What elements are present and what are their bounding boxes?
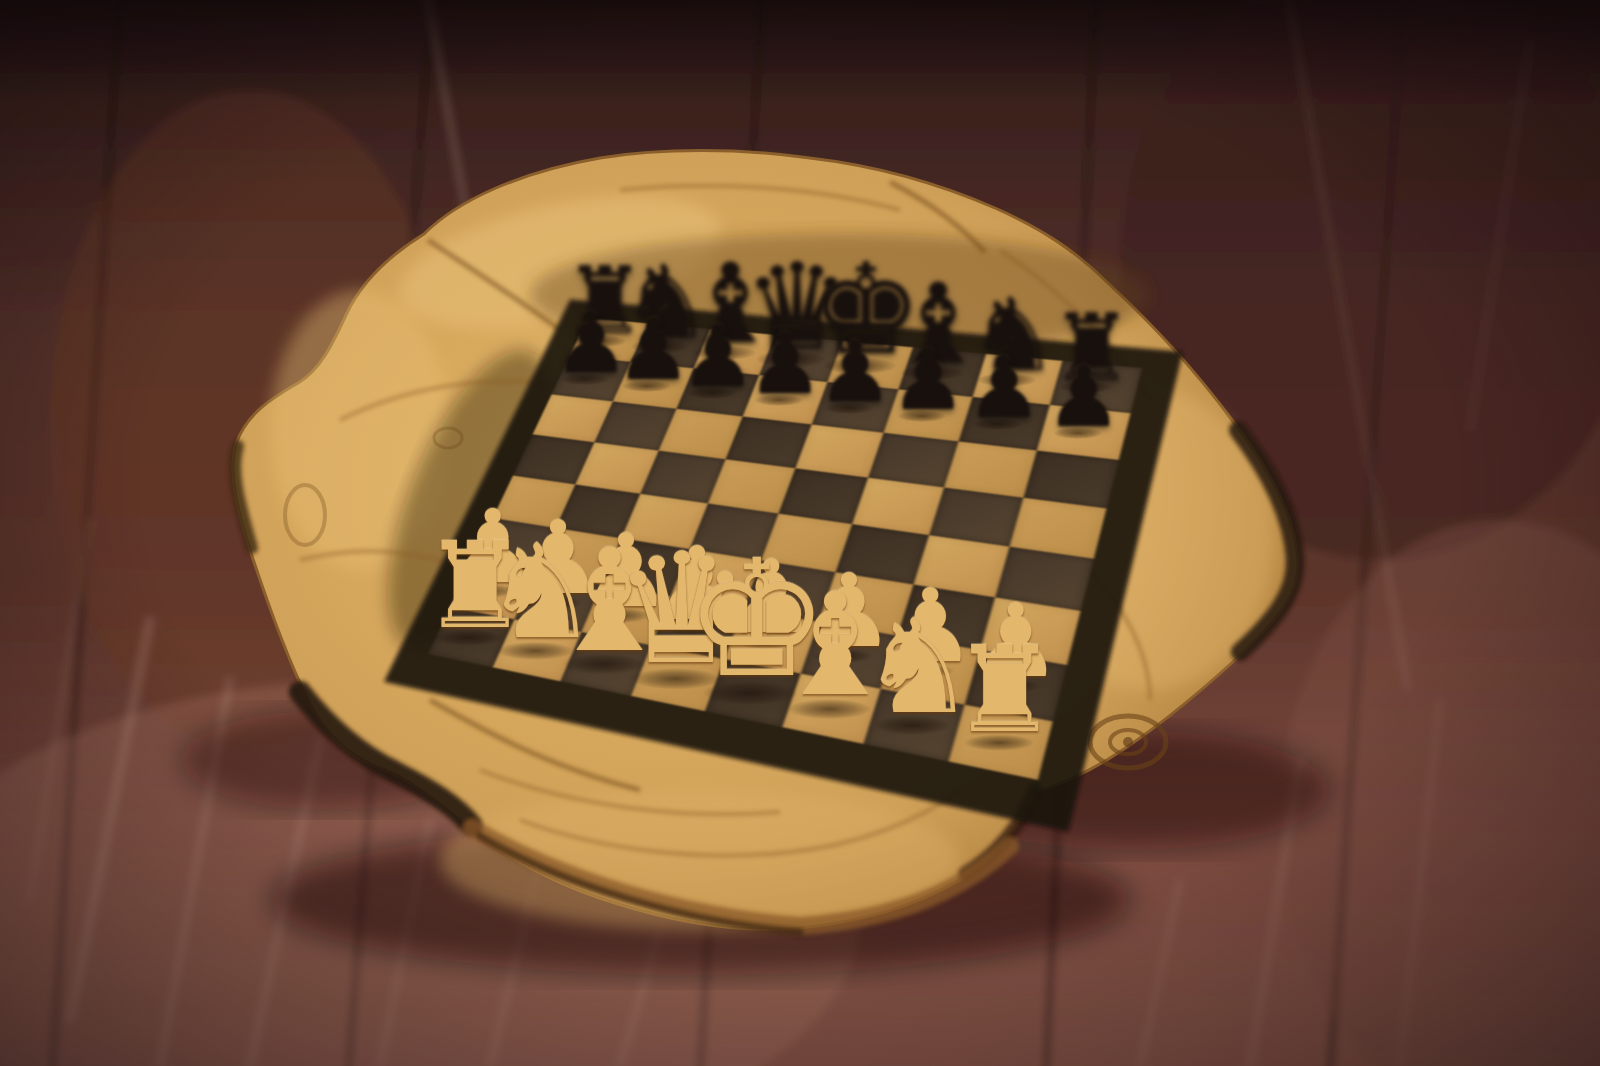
black-pawn-glyph: ♟ [747, 322, 823, 407]
black-pawn-glyph: ♟ [1046, 355, 1122, 440]
black-pawn-glyph: ♟ [817, 330, 893, 415]
black-pawn-glyph: ♟ [680, 315, 756, 400]
black-pawn-glyph: ♟ [890, 338, 966, 423]
white-rook-glyph: ♜ [951, 630, 1058, 749]
photo-scene: ♜♞♝♛♚♝♟♞♟♜♟♟♟♟♟♟♟♟♟♟♜♟♞♟♝♟♛♟♚♝♞♜ [0, 0, 1600, 1066]
black-pawn-glyph: ♟ [966, 346, 1042, 431]
